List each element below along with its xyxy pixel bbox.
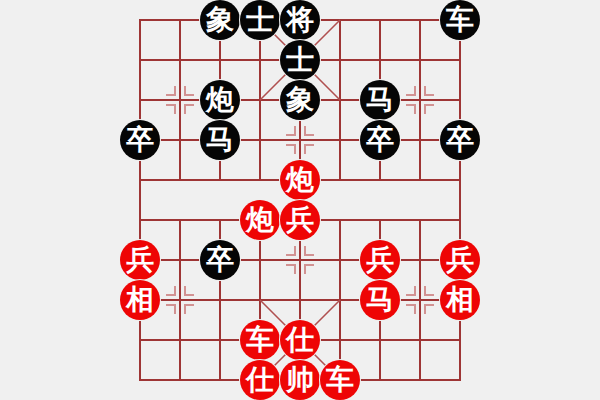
piece-red-horse[interactable]: 马 [360, 280, 400, 320]
piece-red-soldier[interactable]: 兵 [360, 240, 400, 280]
piece-red-soldier[interactable]: 兵 [440, 240, 480, 280]
piece-black-horse[interactable]: 马 [360, 80, 400, 120]
piece-black-elephant[interactable]: 象 [280, 80, 320, 120]
piece-black-cannon[interactable]: 炮 [200, 80, 240, 120]
piece-black-soldier[interactable]: 卒 [360, 120, 400, 160]
point-marker [304, 246, 314, 256]
point-marker [166, 104, 176, 114]
piece-red-cannon[interactable]: 炮 [240, 200, 280, 240]
piece-black-chariot[interactable]: 车 [440, 0, 480, 40]
point-marker [304, 264, 314, 274]
piece-red-chariot[interactable]: 车 [320, 360, 360, 400]
point-marker [184, 104, 194, 114]
point-marker [286, 144, 296, 154]
point-marker [406, 86, 416, 96]
piece-black-horse[interactable]: 马 [200, 120, 240, 160]
piece-red-soldier[interactable]: 兵 [280, 200, 320, 240]
point-marker [166, 86, 176, 96]
piece-red-elephant[interactable]: 相 [440, 280, 480, 320]
xiangqi-board[interactable]: 象士将车士炮象马卒马卒卒炮炮兵兵卒兵兵相马相车仕仕帅车 [0, 0, 600, 400]
piece-red-elephant[interactable]: 相 [120, 280, 160, 320]
xiangqi-screenshot: 象士将车士炮象马卒马卒卒炮炮兵兵卒兵兵相马相车仕仕帅车 [0, 0, 600, 400]
piece-red-advisor[interactable]: 仕 [240, 360, 280, 400]
piece-black-general[interactable]: 将 [280, 0, 320, 40]
point-marker [184, 304, 194, 314]
piece-black-soldier[interactable]: 卒 [200, 240, 240, 280]
piece-black-advisor[interactable]: 士 [240, 0, 280, 40]
piece-red-soldier[interactable]: 兵 [120, 240, 160, 280]
point-marker [286, 246, 296, 256]
point-marker [166, 304, 176, 314]
piece-red-chariot[interactable]: 车 [240, 320, 280, 360]
point-marker [304, 144, 314, 154]
point-marker [406, 304, 416, 314]
piece-black-advisor[interactable]: 士 [280, 40, 320, 80]
point-marker [184, 286, 194, 296]
point-marker [166, 286, 176, 296]
point-marker [406, 286, 416, 296]
point-marker [184, 86, 194, 96]
piece-red-general[interactable]: 帅 [280, 360, 320, 400]
point-marker [286, 126, 296, 136]
piece-red-advisor[interactable]: 仕 [280, 320, 320, 360]
point-marker [424, 86, 434, 96]
point-marker [424, 104, 434, 114]
piece-red-cannon[interactable]: 炮 [280, 160, 320, 200]
point-marker [286, 264, 296, 274]
point-marker [304, 126, 314, 136]
piece-black-soldier[interactable]: 卒 [440, 120, 480, 160]
piece-black-soldier[interactable]: 卒 [120, 120, 160, 160]
point-marker [406, 104, 416, 114]
point-marker [424, 304, 434, 314]
point-marker [424, 286, 434, 296]
piece-black-elephant[interactable]: 象 [200, 0, 240, 40]
